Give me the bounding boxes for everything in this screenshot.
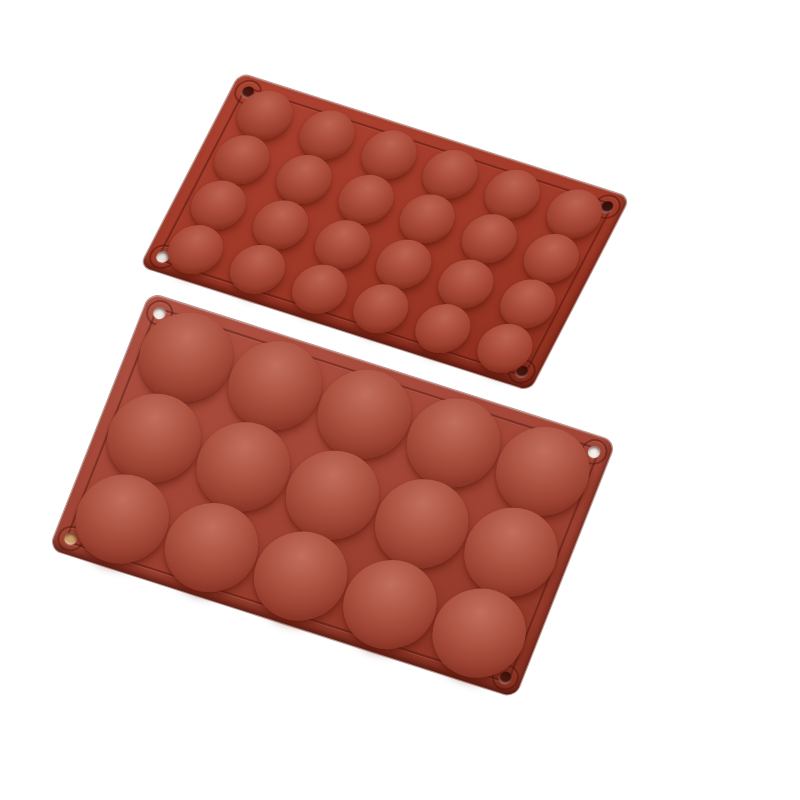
product-photo (0, 0, 800, 800)
